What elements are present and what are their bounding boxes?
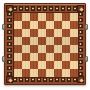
marquetry-border-top (7, 6, 83, 11)
square-a4[interactable] (14, 45, 22, 53)
square-a6[interactable] (14, 29, 22, 37)
square-c3[interactable] (30, 53, 38, 61)
square-a3[interactable] (14, 53, 22, 61)
marquetry-border-bottom (7, 77, 83, 82)
square-f4[interactable] (54, 45, 62, 53)
square-g5[interactable] (62, 37, 70, 45)
square-h4[interactable] (70, 45, 78, 53)
square-c7[interactable] (30, 21, 38, 29)
square-d5[interactable] (38, 37, 46, 45)
square-d7[interactable] (38, 21, 46, 29)
hinge-icon (2, 24, 5, 30)
square-h8[interactable] (70, 13, 78, 21)
marquetry-border-right (78, 6, 83, 82)
square-h1[interactable] (70, 69, 78, 77)
square-b7[interactable] (22, 21, 30, 29)
square-c5[interactable] (30, 37, 38, 45)
square-c2[interactable] (30, 61, 38, 69)
hinge-icon (85, 56, 88, 62)
square-g7[interactable] (62, 21, 70, 29)
square-b3[interactable] (22, 53, 30, 61)
square-g8[interactable] (62, 13, 70, 21)
square-h2[interactable] (70, 61, 78, 69)
square-e2[interactable] (46, 61, 54, 69)
square-g2[interactable] (62, 61, 70, 69)
square-a8[interactable] (14, 13, 22, 21)
square-e6[interactable] (46, 29, 54, 37)
square-d8[interactable] (38, 13, 46, 21)
border-corner-rosette-top-right (77, 5, 84, 12)
square-a2[interactable] (14, 61, 22, 69)
photo-background (0, 0, 90, 90)
square-b1[interactable] (22, 69, 30, 77)
square-h3[interactable] (70, 53, 78, 61)
square-e3[interactable] (46, 53, 54, 61)
square-f1[interactable] (54, 69, 62, 77)
hinge-icon (2, 56, 5, 62)
square-c6[interactable] (30, 29, 38, 37)
marquetry-border-left (7, 6, 12, 82)
square-a5[interactable] (14, 37, 22, 45)
square-h5[interactable] (70, 37, 78, 45)
square-a7[interactable] (14, 21, 22, 29)
square-h6[interactable] (70, 29, 78, 37)
square-d3[interactable] (38, 53, 46, 61)
square-e5[interactable] (46, 37, 54, 45)
square-f8[interactable] (54, 13, 62, 21)
square-g3[interactable] (62, 53, 70, 61)
square-c1[interactable] (30, 69, 38, 77)
square-g6[interactable] (62, 29, 70, 37)
square-g1[interactable] (62, 69, 70, 77)
square-b6[interactable] (22, 29, 30, 37)
square-g4[interactable] (62, 45, 70, 53)
square-e4[interactable] (46, 45, 54, 53)
square-c8[interactable] (30, 13, 38, 21)
square-b4[interactable] (22, 45, 30, 53)
square-b5[interactable] (22, 37, 30, 45)
square-d1[interactable] (38, 69, 46, 77)
square-d6[interactable] (38, 29, 46, 37)
square-f6[interactable] (54, 29, 62, 37)
square-f5[interactable] (54, 37, 62, 45)
square-b8[interactable] (22, 13, 30, 21)
square-d4[interactable] (38, 45, 46, 53)
square-a1[interactable] (14, 69, 22, 77)
square-c4[interactable] (30, 45, 38, 53)
border-corner-rosette-bottom-left (6, 76, 13, 83)
square-f7[interactable] (54, 21, 62, 29)
square-e1[interactable] (46, 69, 54, 77)
square-f2[interactable] (54, 61, 62, 69)
playing-field (14, 13, 78, 77)
square-f3[interactable] (54, 53, 62, 61)
square-h7[interactable] (70, 21, 78, 29)
square-b2[interactable] (22, 61, 30, 69)
chess-board (4, 3, 86, 85)
border-corner-rosette-top-left (6, 5, 13, 12)
square-e8[interactable] (46, 13, 54, 21)
square-d2[interactable] (38, 61, 46, 69)
border-corner-rosette-bottom-right (77, 76, 84, 83)
hinge-icon (85, 24, 88, 30)
square-e7[interactable] (46, 21, 54, 29)
